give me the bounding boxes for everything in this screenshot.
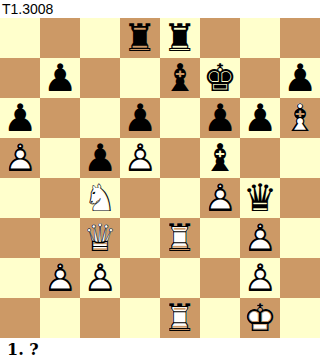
square-d3[interactable] — [120, 218, 160, 258]
white-piece-outline: ♔ — [240, 298, 280, 338]
square-h8[interactable] — [280, 18, 320, 58]
piece-black-bishop: ♝ — [160, 58, 200, 98]
square-e4[interactable] — [160, 178, 200, 218]
square-h2[interactable] — [280, 258, 320, 298]
square-b8[interactable] — [40, 18, 80, 58]
square-g7[interactable] — [240, 58, 280, 98]
piece-white-pawn: ♟♙ — [200, 178, 240, 218]
square-h4[interactable] — [280, 178, 320, 218]
black-piece-glyph: ♟ — [40, 58, 80, 98]
white-piece-outline: ♙ — [240, 218, 280, 258]
square-b7[interactable]: ♟ — [40, 58, 80, 98]
white-piece-outline: ♙ — [240, 258, 280, 298]
white-piece-outline: ♙ — [80, 258, 120, 298]
square-a7[interactable] — [0, 58, 40, 98]
white-piece-outline: ♕ — [80, 218, 120, 258]
piece-white-pawn: ♟♙ — [240, 258, 280, 298]
square-a8[interactable] — [0, 18, 40, 58]
square-g5[interactable] — [240, 138, 280, 178]
black-piece-glyph: ♟ — [240, 98, 280, 138]
square-h1[interactable] — [280, 298, 320, 338]
black-piece-glyph: ♛ — [240, 178, 280, 218]
square-h5[interactable] — [280, 138, 320, 178]
square-h3[interactable] — [280, 218, 320, 258]
chess-board: ♜♜♟♝♚♟♟♟♟♟♝♗♟♙♟♟♙♝♞♘♟♙♛♛♕♜♖♟♙♟♙♟♙♟♙♜♖♚♔ — [0, 18, 320, 338]
square-b1[interactable] — [40, 298, 80, 338]
square-a4[interactable] — [0, 178, 40, 218]
puzzle-diagram: T1.3008 ♜♜♟♝♚♟♟♟♟♟♝♗♟♙♟♟♙♝♞♘♟♙♛♛♕♜♖♟♙♟♙♟… — [0, 0, 320, 360]
piece-black-rook: ♜ — [120, 18, 160, 58]
white-piece-outline: ♖ — [160, 298, 200, 338]
square-b6[interactable] — [40, 98, 80, 138]
piece-white-queen: ♛♕ — [80, 218, 120, 258]
square-a6[interactable]: ♟ — [0, 98, 40, 138]
piece-white-bishop: ♝♗ — [280, 98, 320, 138]
black-piece-glyph: ♜ — [160, 18, 200, 58]
piece-black-king: ♚ — [200, 58, 240, 98]
square-c5[interactable]: ♟ — [80, 138, 120, 178]
piece-black-pawn: ♟ — [40, 58, 80, 98]
black-piece-glyph: ♝ — [200, 138, 240, 178]
square-c6[interactable] — [80, 98, 120, 138]
square-d4[interactable] — [120, 178, 160, 218]
square-g4[interactable]: ♛ — [240, 178, 280, 218]
square-f5[interactable]: ♝ — [200, 138, 240, 178]
black-piece-glyph: ♟ — [120, 98, 160, 138]
square-h7[interactable]: ♟ — [280, 58, 320, 98]
piece-black-pawn: ♟ — [80, 138, 120, 178]
black-piece-glyph: ♟ — [200, 98, 240, 138]
square-f1[interactable] — [200, 298, 240, 338]
white-piece-outline: ♖ — [160, 218, 200, 258]
white-piece-outline: ♙ — [0, 138, 40, 178]
square-d1[interactable] — [120, 298, 160, 338]
square-f7[interactable]: ♚ — [200, 58, 240, 98]
black-piece-glyph: ♟ — [0, 98, 40, 138]
square-e2[interactable] — [160, 258, 200, 298]
square-b5[interactable] — [40, 138, 80, 178]
piece-black-queen: ♛ — [240, 178, 280, 218]
square-d7[interactable] — [120, 58, 160, 98]
move-prompt: 1. ? — [0, 338, 320, 360]
square-c8[interactable] — [80, 18, 120, 58]
piece-white-rook: ♜♖ — [160, 298, 200, 338]
square-a5[interactable]: ♟♙ — [0, 138, 40, 178]
black-piece-glyph: ♟ — [280, 58, 320, 98]
black-piece-glyph: ♚ — [200, 58, 240, 98]
square-e3[interactable]: ♜♖ — [160, 218, 200, 258]
puzzle-title: T1.3008 — [0, 0, 320, 18]
white-piece-outline: ♘ — [80, 178, 120, 218]
white-piece-outline: ♗ — [280, 98, 320, 138]
black-piece-glyph: ♝ — [160, 58, 200, 98]
square-d5[interactable]: ♟♙ — [120, 138, 160, 178]
square-c7[interactable] — [80, 58, 120, 98]
square-e7[interactable]: ♝ — [160, 58, 200, 98]
square-b4[interactable] — [40, 178, 80, 218]
square-d6[interactable]: ♟ — [120, 98, 160, 138]
square-e6[interactable] — [160, 98, 200, 138]
square-e8[interactable]: ♜ — [160, 18, 200, 58]
square-a3[interactable] — [0, 218, 40, 258]
piece-white-pawn: ♟♙ — [120, 138, 160, 178]
piece-black-pawn: ♟ — [240, 98, 280, 138]
square-c3[interactable]: ♛♕ — [80, 218, 120, 258]
piece-black-bishop: ♝ — [200, 138, 240, 178]
square-f2[interactable] — [200, 258, 240, 298]
square-f4[interactable]: ♟♙ — [200, 178, 240, 218]
square-h6[interactable]: ♝♗ — [280, 98, 320, 138]
square-g2[interactable]: ♟♙ — [240, 258, 280, 298]
piece-black-pawn: ♟ — [120, 98, 160, 138]
square-e1[interactable]: ♜♖ — [160, 298, 200, 338]
square-f8[interactable] — [200, 18, 240, 58]
square-d8[interactable]: ♜ — [120, 18, 160, 58]
square-a2[interactable] — [0, 258, 40, 298]
white-piece-outline: ♙ — [40, 258, 80, 298]
square-f6[interactable]: ♟ — [200, 98, 240, 138]
square-d2[interactable] — [120, 258, 160, 298]
white-piece-outline: ♙ — [200, 178, 240, 218]
black-piece-glyph: ♜ — [120, 18, 160, 58]
piece-white-pawn: ♟♙ — [0, 138, 40, 178]
square-c1[interactable] — [80, 298, 120, 338]
square-b3[interactable] — [40, 218, 80, 258]
piece-white-knight: ♞♘ — [80, 178, 120, 218]
square-c4[interactable]: ♞♘ — [80, 178, 120, 218]
piece-white-rook: ♜♖ — [160, 218, 200, 258]
piece-white-king: ♚♔ — [240, 298, 280, 338]
black-piece-glyph: ♟ — [80, 138, 120, 178]
piece-white-pawn: ♟♙ — [240, 218, 280, 258]
piece-white-pawn: ♟♙ — [80, 258, 120, 298]
piece-white-pawn: ♟♙ — [40, 258, 80, 298]
square-a1[interactable] — [0, 298, 40, 338]
piece-black-pawn: ♟ — [200, 98, 240, 138]
square-g3[interactable]: ♟♙ — [240, 218, 280, 258]
square-c2[interactable]: ♟♙ — [80, 258, 120, 298]
white-piece-outline: ♙ — [120, 138, 160, 178]
square-g1[interactable]: ♚♔ — [240, 298, 280, 338]
square-f3[interactable] — [200, 218, 240, 258]
square-b2[interactable]: ♟♙ — [40, 258, 80, 298]
piece-black-pawn: ♟ — [280, 58, 320, 98]
square-e5[interactable] — [160, 138, 200, 178]
square-g8[interactable] — [240, 18, 280, 58]
piece-black-rook: ♜ — [160, 18, 200, 58]
piece-black-pawn: ♟ — [0, 98, 40, 138]
square-g6[interactable]: ♟ — [240, 98, 280, 138]
